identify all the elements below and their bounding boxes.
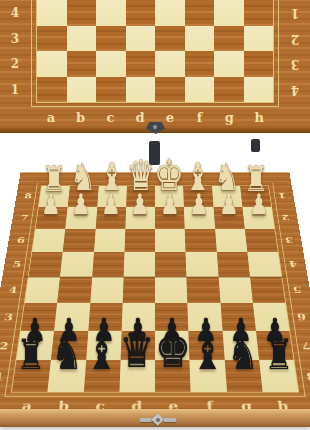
latch-hook-icon [149, 141, 160, 165]
square-c2 [96, 51, 126, 77]
square-a5 [29, 252, 63, 277]
rank-label-4: 4 [8, 285, 18, 294]
square-g8 [212, 186, 243, 207]
square-h2 [256, 331, 294, 361]
square-e6 [155, 229, 186, 252]
closed-board-rank-labels-left: 4321 [2, 0, 28, 103]
square-b2 [67, 51, 97, 77]
rank-label-1: 1 [11, 83, 19, 97]
square-d2 [126, 51, 156, 77]
square-h3 [253, 303, 290, 331]
latch-hook-icon [251, 139, 260, 152]
square-f3 [188, 303, 223, 331]
file-label-f: f [197, 110, 203, 125]
square-g5 [216, 252, 249, 277]
square-b5 [60, 252, 93, 277]
rank-label-7: 7 [20, 213, 29, 221]
square-a1 [12, 360, 51, 392]
square-b3 [54, 303, 90, 331]
rank-label-3: 3 [11, 32, 19, 46]
square-h2 [244, 51, 274, 77]
file-label-c: c [106, 110, 114, 125]
square-e2 [155, 331, 190, 361]
square-a6 [32, 229, 65, 252]
square-d2 [120, 331, 155, 361]
square-a1 [37, 77, 67, 103]
square-e3 [155, 26, 185, 52]
square-c2 [86, 331, 122, 361]
square-g2 [214, 51, 244, 77]
file-label-g: g [225, 110, 234, 125]
square-a2 [16, 331, 54, 361]
square-e2 [155, 51, 185, 77]
square-h5 [247, 252, 281, 277]
square-d4 [126, 0, 156, 26]
chess-set-product-photo: 4321 4321 abcdefgh 87654321 87654321 abc… [0, 0, 310, 430]
square-h6 [245, 229, 278, 252]
board-fold-seam [24, 276, 286, 278]
square-d1 [119, 360, 155, 392]
closed-board-photo: 4321 4321 abcdefgh [0, 0, 310, 133]
square-f4 [185, 0, 215, 26]
file-label-d: d [136, 110, 145, 125]
square-b7 [65, 207, 96, 229]
square-b6 [63, 229, 95, 252]
square-c4 [96, 0, 126, 26]
square-f6 [185, 229, 217, 252]
closed-board-rank-labels-right: 4321 [282, 0, 308, 103]
square-g2 [222, 331, 259, 361]
square-h8 [240, 186, 271, 207]
file-label-h: h [254, 110, 263, 125]
square-b2 [51, 331, 88, 361]
metal-clasp-icon [140, 414, 176, 427]
rank-label-1-mirrored: 1 [291, 6, 299, 20]
rank-label-3: 3 [3, 312, 13, 322]
square-d3 [126, 26, 156, 52]
square-a2 [37, 51, 67, 77]
square-a4 [37, 0, 67, 26]
rank-label-5-mirrored: 5 [292, 285, 302, 294]
rank-label-3-mirrored: 3 [291, 57, 299, 71]
square-b1 [67, 77, 97, 103]
rank-label-1-mirrored: 1 [278, 192, 287, 199]
square-d7 [125, 207, 155, 229]
square-g4 [214, 0, 244, 26]
square-f5 [186, 252, 219, 277]
square-f3 [185, 26, 215, 52]
square-g6 [215, 229, 247, 252]
board-front-edge [0, 409, 310, 427]
square-d6 [124, 229, 155, 252]
square-h4 [244, 0, 274, 26]
rank-label-6: 6 [16, 236, 25, 244]
rank-label-1: 1 [0, 371, 4, 382]
rank-label-3-mirrored: 3 [284, 236, 293, 244]
square-e1 [155, 77, 185, 103]
square-c1 [83, 360, 120, 392]
square-f8 [183, 186, 213, 207]
square-a3 [21, 303, 58, 331]
rank-label-6-mirrored: 6 [296, 312, 306, 322]
square-f4 [187, 277, 221, 303]
square-g3 [220, 303, 256, 331]
square-d1 [126, 77, 156, 103]
file-label-b: b [76, 110, 85, 125]
rank-label-5: 5 [12, 260, 22, 269]
square-g4 [218, 277, 252, 303]
square-a3 [37, 26, 67, 52]
square-g1 [224, 360, 262, 392]
closed-board-squares [36, 0, 274, 103]
rank-label-4-mirrored: 4 [288, 260, 298, 269]
square-a4 [25, 277, 60, 303]
rank-label-4-mirrored: 4 [291, 83, 299, 97]
square-f2 [185, 51, 215, 77]
square-c3 [96, 26, 126, 52]
rank-label-2-mirrored: 2 [291, 32, 299, 46]
square-c8 [97, 186, 127, 207]
square-b8 [68, 186, 99, 207]
square-f1 [190, 360, 227, 392]
square-h1 [259, 360, 298, 392]
square-h1 [244, 77, 274, 103]
square-e4 [155, 277, 188, 303]
rank-label-2: 2 [11, 57, 19, 71]
square-e3 [155, 303, 189, 331]
square-b4 [57, 277, 91, 303]
square-g1 [214, 77, 244, 103]
square-b3 [67, 26, 97, 52]
square-h4 [250, 277, 285, 303]
square-e4 [155, 0, 185, 26]
square-f1 [185, 77, 215, 103]
square-g7 [213, 207, 244, 229]
square-a8 [39, 186, 70, 207]
square-f7 [184, 207, 215, 229]
square-a7 [36, 207, 68, 229]
square-c7 [95, 207, 126, 229]
open-board-photo: 87654321 87654321 abcdefgh [0, 172, 310, 430]
rank-label-7-mirrored: 7 [301, 341, 310, 352]
square-b1 [48, 360, 86, 392]
square-d4 [122, 277, 155, 303]
file-label-e: e [166, 110, 174, 125]
square-d3 [121, 303, 155, 331]
square-f2 [189, 331, 225, 361]
rank-label-2-mirrored: 2 [281, 213, 290, 221]
square-c3 [88, 303, 123, 331]
file-label-a: a [47, 110, 55, 125]
square-c1 [96, 77, 126, 103]
square-h7 [242, 207, 274, 229]
square-c6 [94, 229, 126, 252]
square-e7 [155, 207, 185, 229]
rank-label-8: 8 [24, 192, 33, 199]
open-board-squares [11, 185, 299, 392]
square-b4 [67, 0, 97, 26]
square-c5 [92, 252, 125, 277]
square-e1 [155, 360, 191, 392]
square-d8 [126, 186, 155, 207]
rank-label-4: 4 [11, 6, 19, 20]
square-e5 [155, 252, 187, 277]
square-g3 [214, 26, 244, 52]
square-h3 [244, 26, 274, 52]
square-e8 [155, 186, 184, 207]
square-d5 [123, 252, 155, 277]
square-c4 [90, 277, 124, 303]
rank-label-8-mirrored: 8 [306, 371, 310, 382]
rank-label-2: 2 [0, 341, 9, 352]
